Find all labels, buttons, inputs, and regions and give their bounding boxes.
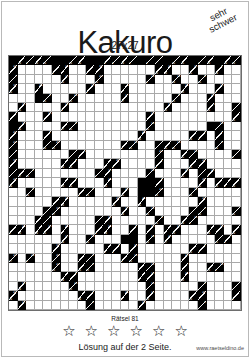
cell[interactable]: [189, 301, 198, 310]
cell[interactable]: [181, 207, 190, 216]
cell[interactable]: [86, 225, 95, 234]
cell[interactable]: [86, 178, 95, 187]
cell[interactable]: [9, 188, 18, 197]
cell[interactable]: [224, 65, 233, 74]
cell[interactable]: [198, 263, 207, 272]
cell[interactable]: [207, 188, 216, 197]
cell[interactable]: [198, 65, 207, 74]
cell[interactable]: [112, 112, 121, 121]
cell[interactable]: [215, 150, 224, 159]
cell[interactable]: [155, 301, 164, 310]
cell[interactable]: [104, 75, 113, 84]
cell[interactable]: [138, 225, 147, 234]
cell[interactable]: [52, 225, 61, 234]
cell[interactable]: [232, 169, 241, 178]
cell[interactable]: [164, 263, 173, 272]
cell[interactable]: [189, 197, 198, 206]
cell[interactable]: [61, 282, 70, 291]
cell[interactable]: [95, 112, 104, 121]
cell[interactable]: [129, 197, 138, 206]
cell[interactable]: [207, 254, 216, 263]
cell[interactable]: [224, 197, 233, 206]
cell[interactable]: [52, 159, 61, 168]
cell[interactable]: [78, 94, 87, 103]
cell[interactable]: [52, 103, 61, 112]
cell[interactable]: [121, 112, 130, 121]
cell[interactable]: [198, 84, 207, 93]
cell[interactable]: [18, 159, 27, 168]
cell[interactable]: [164, 291, 173, 300]
cell[interactable]: [129, 291, 138, 300]
cell[interactable]: [155, 272, 164, 281]
cell[interactable]: [189, 272, 198, 281]
cell[interactable]: [18, 84, 27, 93]
cell[interactable]: [112, 254, 121, 263]
cell[interactable]: [69, 141, 78, 150]
cell[interactable]: [215, 197, 224, 206]
cell[interactable]: [18, 131, 27, 140]
cell[interactable]: [86, 141, 95, 150]
cell[interactable]: [26, 291, 35, 300]
cell[interactable]: [18, 207, 27, 216]
cell[interactable]: [78, 103, 87, 112]
cell[interactable]: [155, 197, 164, 206]
cell[interactable]: [189, 94, 198, 103]
cell[interactable]: [104, 263, 113, 272]
cell[interactable]: [18, 112, 27, 121]
cell[interactable]: [207, 131, 216, 140]
cell[interactable]: [155, 131, 164, 140]
cell[interactable]: [215, 291, 224, 300]
cell[interactable]: [181, 197, 190, 206]
cell[interactable]: [215, 282, 224, 291]
cell[interactable]: [121, 301, 130, 310]
cell[interactable]: [232, 197, 241, 206]
cell[interactable]: [138, 169, 147, 178]
cell[interactable]: [35, 159, 44, 168]
cell[interactable]: [26, 197, 35, 206]
cell[interactable]: [69, 84, 78, 93]
cell[interactable]: [78, 282, 87, 291]
cell[interactable]: [104, 188, 113, 197]
cell[interactable]: [18, 197, 27, 206]
cell[interactable]: [35, 65, 44, 74]
cell[interactable]: [146, 141, 155, 150]
cell[interactable]: [95, 263, 104, 272]
cell[interactable]: [104, 272, 113, 281]
cell[interactable]: [138, 159, 147, 168]
cell[interactable]: [121, 65, 130, 74]
cell[interactable]: [86, 207, 95, 216]
cell[interactable]: [198, 141, 207, 150]
cell[interactable]: [18, 188, 27, 197]
cell[interactable]: [146, 94, 155, 103]
cell[interactable]: [78, 159, 87, 168]
cell[interactable]: [129, 103, 138, 112]
cell[interactable]: [172, 301, 181, 310]
cell[interactable]: [129, 131, 138, 140]
cell[interactable]: [52, 301, 61, 310]
cell[interactable]: [61, 254, 70, 263]
cell[interactable]: [129, 84, 138, 93]
cell[interactable]: [164, 150, 173, 159]
cell[interactable]: [52, 169, 61, 178]
cell[interactable]: [164, 301, 173, 310]
cell[interactable]: [172, 244, 181, 253]
cell[interactable]: [189, 169, 198, 178]
cell[interactable]: [207, 84, 216, 93]
cell[interactable]: [95, 301, 104, 310]
cell[interactable]: [207, 291, 216, 300]
cell[interactable]: [155, 291, 164, 300]
cell[interactable]: [43, 178, 52, 187]
cell[interactable]: [129, 75, 138, 84]
cell[interactable]: [95, 188, 104, 197]
cell[interactable]: [43, 254, 52, 263]
cell[interactable]: [18, 235, 27, 244]
cell[interactable]: [78, 225, 87, 234]
cell[interactable]: [26, 301, 35, 310]
cell[interactable]: [232, 141, 241, 150]
cell[interactable]: [146, 65, 155, 74]
cell[interactable]: [69, 207, 78, 216]
cell[interactable]: [112, 272, 121, 281]
cell[interactable]: [155, 263, 164, 272]
cell[interactable]: [69, 112, 78, 121]
cell[interactable]: [172, 169, 181, 178]
cell[interactable]: [86, 122, 95, 131]
cell[interactable]: [112, 103, 121, 112]
cell[interactable]: [95, 131, 104, 140]
cell[interactable]: [224, 103, 233, 112]
cell[interactable]: [189, 225, 198, 234]
cell[interactable]: [207, 207, 216, 216]
cell[interactable]: [9, 263, 18, 272]
cell[interactable]: [26, 75, 35, 84]
cell[interactable]: [207, 216, 216, 225]
cell[interactable]: [181, 94, 190, 103]
cell[interactable]: [61, 301, 70, 310]
cell[interactable]: [69, 103, 78, 112]
cell[interactable]: [69, 254, 78, 263]
cell[interactable]: [172, 131, 181, 140]
cell[interactable]: [43, 65, 52, 74]
cell[interactable]: [172, 272, 181, 281]
cell[interactable]: [69, 197, 78, 206]
cell[interactable]: [18, 272, 27, 281]
cell[interactable]: [129, 94, 138, 103]
cell[interactable]: [86, 112, 95, 121]
cell[interactable]: [224, 301, 233, 310]
cell[interactable]: [138, 141, 147, 150]
cell[interactable]: [86, 94, 95, 103]
cell[interactable]: [26, 207, 35, 216]
cell[interactable]: [189, 178, 198, 187]
cell[interactable]: [164, 112, 173, 121]
cell[interactable]: [129, 159, 138, 168]
cell[interactable]: [232, 131, 241, 140]
cell[interactable]: [129, 301, 138, 310]
cell[interactable]: [61, 244, 70, 253]
cell[interactable]: [198, 254, 207, 263]
cell[interactable]: [207, 65, 216, 74]
cell[interactable]: [232, 216, 241, 225]
cell[interactable]: [26, 235, 35, 244]
cell[interactable]: [26, 263, 35, 272]
cell[interactable]: [104, 84, 113, 93]
cell[interactable]: [95, 244, 104, 253]
cell[interactable]: [121, 131, 130, 140]
cell[interactable]: [78, 131, 87, 140]
cell[interactable]: [78, 272, 87, 281]
cell[interactable]: [121, 197, 130, 206]
cell[interactable]: [232, 188, 241, 197]
cell[interactable]: [232, 65, 241, 74]
cell[interactable]: [52, 291, 61, 300]
cell[interactable]: [61, 141, 70, 150]
cell[interactable]: [215, 103, 224, 112]
cell[interactable]: [224, 254, 233, 263]
cell[interactable]: [52, 178, 61, 187]
cell[interactable]: [164, 282, 173, 291]
cell[interactable]: [18, 75, 27, 84]
cell[interactable]: [104, 112, 113, 121]
cell[interactable]: [172, 159, 181, 168]
cell[interactable]: [9, 216, 18, 225]
cell[interactable]: [43, 75, 52, 84]
cell[interactable]: [43, 188, 52, 197]
cell[interactable]: [232, 301, 241, 310]
cell[interactable]: [26, 282, 35, 291]
cell[interactable]: [35, 301, 44, 310]
cell[interactable]: [215, 254, 224, 263]
cell[interactable]: [95, 159, 104, 168]
cell[interactable]: [181, 122, 190, 131]
cell[interactable]: [43, 169, 52, 178]
cell[interactable]: [104, 94, 113, 103]
cell[interactable]: [207, 282, 216, 291]
cell[interactable]: [215, 272, 224, 281]
cell[interactable]: [78, 207, 87, 216]
cell[interactable]: [78, 75, 87, 84]
cell[interactable]: [52, 84, 61, 93]
cell[interactable]: [18, 178, 27, 187]
cell[interactable]: [181, 112, 190, 121]
cell[interactable]: [26, 112, 35, 121]
cell[interactable]: [112, 263, 121, 272]
cell[interactable]: [26, 141, 35, 150]
cell[interactable]: [43, 197, 52, 206]
cell[interactable]: [61, 131, 70, 140]
cell[interactable]: [129, 150, 138, 159]
cell[interactable]: [112, 282, 121, 291]
cell[interactable]: [155, 254, 164, 263]
cell[interactable]: [112, 75, 121, 84]
cell[interactable]: [9, 94, 18, 103]
cell[interactable]: [35, 169, 44, 178]
cell[interactable]: [129, 207, 138, 216]
cell[interactable]: [146, 244, 155, 253]
cell[interactable]: [26, 244, 35, 253]
cell[interactable]: [155, 94, 164, 103]
cell[interactable]: [69, 291, 78, 300]
cell[interactable]: [232, 84, 241, 93]
cell[interactable]: [189, 84, 198, 93]
cell[interactable]: [224, 141, 233, 150]
cell[interactable]: [172, 150, 181, 159]
cell[interactable]: [78, 301, 87, 310]
cell[interactable]: [86, 272, 95, 281]
cell[interactable]: [189, 254, 198, 263]
cell[interactable]: [43, 301, 52, 310]
cell[interactable]: [26, 159, 35, 168]
cell[interactable]: [35, 178, 44, 187]
cell[interactable]: [155, 235, 164, 244]
cell[interactable]: [35, 131, 44, 140]
cell[interactable]: [164, 122, 173, 131]
cell[interactable]: [207, 301, 216, 310]
cell[interactable]: [215, 159, 224, 168]
cell[interactable]: [18, 244, 27, 253]
cell[interactable]: [86, 216, 95, 225]
cell[interactable]: [155, 112, 164, 121]
cell[interactable]: [232, 263, 241, 272]
cell[interactable]: [104, 291, 113, 300]
cell[interactable]: [138, 65, 147, 74]
cell[interactable]: [69, 131, 78, 140]
cell[interactable]: [215, 94, 224, 103]
cell[interactable]: [155, 282, 164, 291]
cell[interactable]: [69, 75, 78, 84]
cell[interactable]: [129, 65, 138, 74]
cell[interactable]: [52, 188, 61, 197]
cell[interactable]: [52, 131, 61, 140]
cell[interactable]: [155, 207, 164, 216]
cell[interactable]: [207, 75, 216, 84]
cell[interactable]: [129, 122, 138, 131]
cell[interactable]: [121, 225, 130, 234]
cell[interactable]: [155, 244, 164, 253]
cell[interactable]: [138, 112, 147, 121]
cell[interactable]: [95, 141, 104, 150]
cell[interactable]: [172, 197, 181, 206]
cell[interactable]: [35, 103, 44, 112]
cell[interactable]: [112, 141, 121, 150]
cell[interactable]: [172, 188, 181, 197]
cell[interactable]: [207, 141, 216, 150]
cell[interactable]: [26, 94, 35, 103]
cell[interactable]: [172, 84, 181, 93]
cell[interactable]: [112, 131, 121, 140]
cell[interactable]: [215, 169, 224, 178]
cell[interactable]: [164, 216, 173, 225]
cell[interactable]: [155, 103, 164, 112]
cell[interactable]: [112, 178, 121, 187]
cell[interactable]: [189, 103, 198, 112]
cell[interactable]: [198, 94, 207, 103]
cell[interactable]: [9, 301, 18, 310]
cell[interactable]: [86, 103, 95, 112]
cell[interactable]: [172, 103, 181, 112]
cell[interactable]: [61, 112, 70, 121]
cell[interactable]: [69, 235, 78, 244]
cell[interactable]: [129, 178, 138, 187]
cell[interactable]: [43, 244, 52, 253]
cell[interactable]: [112, 169, 121, 178]
cell[interactable]: [95, 235, 104, 244]
cell[interactable]: [35, 150, 44, 159]
cell[interactable]: [112, 65, 121, 74]
cell[interactable]: [207, 235, 216, 244]
cell[interactable]: [69, 244, 78, 253]
cell[interactable]: [224, 216, 233, 225]
cell[interactable]: [172, 122, 181, 131]
cell[interactable]: [9, 207, 18, 216]
cell[interactable]: [207, 150, 216, 159]
cell[interactable]: [181, 178, 190, 187]
cell[interactable]: [146, 150, 155, 159]
cell[interactable]: [69, 301, 78, 310]
cell[interactable]: [138, 216, 147, 225]
cell[interactable]: [129, 282, 138, 291]
cell[interactable]: [104, 282, 113, 291]
cell[interactable]: [18, 150, 27, 159]
cell[interactable]: [224, 169, 233, 178]
cell[interactable]: [224, 84, 233, 93]
cell[interactable]: [112, 94, 121, 103]
cell[interactable]: [198, 216, 207, 225]
cell[interactable]: [129, 188, 138, 197]
cell[interactable]: [129, 263, 138, 272]
cell[interactable]: [61, 291, 70, 300]
cell[interactable]: [138, 84, 147, 93]
cell[interactable]: [86, 150, 95, 159]
cell[interactable]: [215, 188, 224, 197]
cell[interactable]: [104, 65, 113, 74]
cell[interactable]: [9, 197, 18, 206]
cell[interactable]: [104, 197, 113, 206]
cell[interactable]: [95, 94, 104, 103]
cell[interactable]: [164, 188, 173, 197]
cell[interactable]: [61, 84, 70, 93]
cell[interactable]: [138, 103, 147, 112]
cell[interactable]: [104, 254, 113, 263]
cell[interactable]: [224, 282, 233, 291]
cell[interactable]: [121, 159, 130, 168]
cell[interactable]: [172, 178, 181, 187]
cell[interactable]: [35, 263, 44, 272]
cell[interactable]: [18, 291, 27, 300]
cell[interactable]: [26, 216, 35, 225]
cell[interactable]: [172, 282, 181, 291]
cell[interactable]: [224, 244, 233, 253]
cell[interactable]: [207, 244, 216, 253]
cell[interactable]: [104, 207, 113, 216]
cell[interactable]: [164, 207, 173, 216]
cell[interactable]: [69, 225, 78, 234]
cell[interactable]: [121, 122, 130, 131]
cell[interactable]: [146, 301, 155, 310]
cell[interactable]: [86, 159, 95, 168]
cell[interactable]: [215, 207, 224, 216]
cell[interactable]: [172, 254, 181, 263]
cell[interactable]: [43, 150, 52, 159]
cell[interactable]: [121, 216, 130, 225]
cell[interactable]: [61, 150, 70, 159]
cell[interactable]: [86, 244, 95, 253]
cell[interactable]: [189, 75, 198, 84]
cell[interactable]: [129, 272, 138, 281]
